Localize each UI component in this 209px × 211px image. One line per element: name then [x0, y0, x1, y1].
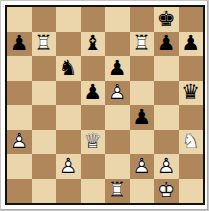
- square-e5[interactable]: ♟♙: [105, 81, 130, 106]
- piece-white-rook[interactable]: ♜♖: [130, 32, 155, 57]
- square-a7[interactable]: ♟: [7, 32, 32, 57]
- square-c2[interactable]: ♟♙: [56, 154, 81, 179]
- square-e6[interactable]: ♟: [105, 56, 130, 81]
- piece-white-pawn[interactable]: ♟♙: [130, 154, 155, 179]
- square-e3[interactable]: [105, 130, 130, 155]
- square-h3[interactable]: ♞♘: [179, 130, 204, 155]
- square-a6[interactable]: [7, 56, 32, 81]
- square-f1[interactable]: [130, 179, 155, 204]
- white-pawn-outline: ♙: [7, 130, 32, 155]
- square-e4[interactable]: [105, 105, 130, 130]
- square-h6[interactable]: [179, 56, 204, 81]
- square-a4[interactable]: [7, 105, 32, 130]
- black-knight-glyph: ♞: [56, 56, 81, 81]
- piece-white-rook[interactable]: ♜♖: [105, 179, 130, 204]
- piece-white-queen[interactable]: ♛♕: [81, 130, 106, 155]
- square-f3[interactable]: [130, 130, 155, 155]
- black-pawn-glyph: ♟: [105, 56, 130, 81]
- square-h4[interactable]: [179, 105, 204, 130]
- piece-black-pawn[interactable]: ♟: [179, 32, 204, 57]
- square-g4[interactable]: [154, 105, 179, 130]
- piece-white-pawn[interactable]: ♟♙: [105, 81, 130, 106]
- square-c1[interactable]: [56, 179, 81, 204]
- square-a8[interactable]: [7, 7, 32, 32]
- square-e8[interactable]: [105, 7, 130, 32]
- square-e1[interactable]: ♜♖: [105, 179, 130, 204]
- piece-black-pawn[interactable]: ♟: [105, 56, 130, 81]
- square-d8[interactable]: [81, 7, 106, 32]
- square-g7[interactable]: ♟: [154, 32, 179, 57]
- piece-black-pawn[interactable]: ♟: [130, 105, 155, 130]
- square-g5[interactable]: [154, 81, 179, 106]
- square-e7[interactable]: [105, 32, 130, 57]
- black-pawn-glyph: ♟: [179, 32, 204, 57]
- white-king-outline: ♔: [154, 179, 179, 204]
- square-g6[interactable]: [154, 56, 179, 81]
- square-a5[interactable]: [7, 81, 32, 106]
- piece-white-pawn[interactable]: ♟♙: [7, 130, 32, 155]
- piece-black-queen[interactable]: ♛: [179, 81, 204, 106]
- square-a3[interactable]: ♟♙: [7, 130, 32, 155]
- black-pawn-glyph: ♟: [154, 32, 179, 57]
- white-pawn-outline: ♙: [56, 154, 81, 179]
- piece-black-pawn[interactable]: ♟: [7, 32, 32, 57]
- white-rook-outline: ♖: [130, 32, 155, 57]
- square-h1[interactable]: [179, 179, 204, 204]
- square-d5[interactable]: ♟: [81, 81, 106, 106]
- square-d2[interactable]: [81, 154, 106, 179]
- piece-black-bishop[interactable]: ♝: [81, 32, 106, 57]
- square-b5[interactable]: [32, 81, 57, 106]
- square-g1[interactable]: ♚♔: [154, 179, 179, 204]
- square-c6[interactable]: ♞: [56, 56, 81, 81]
- piece-white-pawn[interactable]: ♟♙: [154, 154, 179, 179]
- black-pawn-glyph: ♟: [130, 105, 155, 130]
- white-rook-outline: ♖: [32, 32, 57, 57]
- square-b3[interactable]: [32, 130, 57, 155]
- white-knight-outline: ♘: [179, 130, 204, 155]
- square-g8[interactable]: ♚: [154, 7, 179, 32]
- square-b8[interactable]: [32, 7, 57, 32]
- square-d3[interactable]: ♛♕: [81, 130, 106, 155]
- square-c3[interactable]: [56, 130, 81, 155]
- square-e2[interactable]: [105, 154, 130, 179]
- square-f8[interactable]: [130, 7, 155, 32]
- white-pawn-outline: ♙: [105, 81, 130, 106]
- square-a2[interactable]: [7, 154, 32, 179]
- piece-white-pawn[interactable]: ♟♙: [56, 154, 81, 179]
- square-h8[interactable]: [179, 7, 204, 32]
- square-b1[interactable]: [32, 179, 57, 204]
- square-h5[interactable]: ♛: [179, 81, 204, 106]
- square-b2[interactable]: [32, 154, 57, 179]
- square-b4[interactable]: [32, 105, 57, 130]
- black-king-glyph: ♚: [154, 7, 179, 32]
- piece-black-knight[interactable]: ♞: [56, 56, 81, 81]
- square-f4[interactable]: ♟: [130, 105, 155, 130]
- square-d7[interactable]: ♝: [81, 32, 106, 57]
- black-queen-glyph: ♛: [179, 81, 204, 106]
- square-c7[interactable]: [56, 32, 81, 57]
- square-c8[interactable]: [56, 7, 81, 32]
- square-d4[interactable]: [81, 105, 106, 130]
- square-f6[interactable]: [130, 56, 155, 81]
- square-b6[interactable]: [32, 56, 57, 81]
- square-c4[interactable]: [56, 105, 81, 130]
- chess-board: ♚♟♜♖♝♜♖♟♟♞♟♟♟♙♛♟♟♙♛♕♞♘♟♙♟♙♟♙♜♖♚♔: [5, 5, 205, 205]
- piece-black-king[interactable]: ♚: [154, 7, 179, 32]
- white-rook-outline: ♖: [105, 179, 130, 204]
- chess-diagram: ♚♟♜♖♝♜♖♟♟♞♟♟♟♙♛♟♟♙♛♕♞♘♟♙♟♙♟♙♜♖♚♔: [0, 0, 209, 211]
- white-pawn-outline: ♙: [154, 154, 179, 179]
- square-d1[interactable]: [81, 179, 106, 204]
- piece-black-pawn[interactable]: ♟: [81, 81, 106, 106]
- square-b7[interactable]: ♜♖: [32, 32, 57, 57]
- square-c5[interactable]: [56, 81, 81, 106]
- piece-white-knight[interactable]: ♞♘: [179, 130, 204, 155]
- square-f2[interactable]: ♟♙: [130, 154, 155, 179]
- black-bishop-glyph: ♝: [81, 32, 106, 57]
- square-g2[interactable]: ♟♙: [154, 154, 179, 179]
- square-h2[interactable]: [179, 154, 204, 179]
- black-pawn-glyph: ♟: [7, 32, 32, 57]
- piece-black-pawn[interactable]: ♟: [154, 32, 179, 57]
- black-pawn-glyph: ♟: [81, 81, 106, 106]
- white-queen-outline: ♕: [81, 130, 106, 155]
- white-pawn-outline: ♙: [130, 154, 155, 179]
- square-f7[interactable]: ♜♖: [130, 32, 155, 57]
- square-g3[interactable]: [154, 130, 179, 155]
- square-h7[interactable]: ♟: [179, 32, 204, 57]
- piece-white-king[interactable]: ♚♔: [154, 179, 179, 204]
- square-a1[interactable]: [7, 179, 32, 204]
- piece-white-rook[interactable]: ♜♖: [32, 32, 57, 57]
- square-f5[interactable]: [130, 81, 155, 106]
- square-d6[interactable]: [81, 56, 106, 81]
